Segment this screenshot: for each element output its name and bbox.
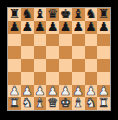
white-pawn-piece[interactable]: ♟ (47, 85, 58, 97)
square-d4[interactable] (46, 59, 59, 72)
square-a4[interactable] (8, 59, 21, 72)
square-b5[interactable] (21, 46, 34, 59)
black-pawn-piece[interactable]: ♟ (60, 21, 71, 33)
square-e6[interactable] (59, 34, 72, 47)
black-bishop-piece[interactable]: ♝ (34, 8, 45, 20)
white-pawn-piece[interactable]: ♟ (98, 85, 109, 97)
white-pawn-piece[interactable]: ♟ (34, 85, 45, 97)
square-c8[interactable]: ♝ (34, 8, 47, 21)
square-a8[interactable]: ♜ (8, 8, 21, 21)
white-pawn-piece[interactable]: ♟ (73, 85, 84, 97)
square-e5[interactable] (59, 46, 72, 59)
square-b3[interactable] (21, 72, 34, 85)
square-f8[interactable]: ♝ (72, 8, 85, 21)
black-pawn-piece[interactable]: ♟ (73, 21, 84, 33)
square-h5[interactable] (97, 46, 110, 59)
square-h4[interactable] (97, 59, 110, 72)
square-f7[interactable]: ♟ (72, 21, 85, 34)
square-h1[interactable]: ♜ (97, 97, 110, 110)
square-g6[interactable] (85, 34, 98, 47)
black-knight-piece[interactable]: ♞ (85, 8, 96, 20)
square-e1[interactable]: ♚ (59, 97, 72, 110)
square-f2[interactable]: ♟ (72, 85, 85, 98)
square-a7[interactable]: ♟ (8, 21, 21, 34)
black-rook-piece[interactable]: ♜ (9, 8, 20, 20)
white-pawn-piece[interactable]: ♟ (22, 85, 33, 97)
chess-board: ♜♞♝♛♚♝♞♜♟♟♟♟♟♟♟♟♟♟♟♟♟♟♟♟♜♞♝♛♚♝♞♜ (7, 7, 111, 111)
square-h3[interactable] (97, 72, 110, 85)
square-g7[interactable]: ♟ (85, 21, 98, 34)
black-knight-piece[interactable]: ♞ (22, 8, 33, 20)
square-h7[interactable]: ♟ (97, 21, 110, 34)
white-pawn-piece[interactable]: ♟ (9, 85, 20, 97)
square-f3[interactable] (72, 72, 85, 85)
black-bishop-piece[interactable]: ♝ (73, 8, 84, 20)
black-pawn-piece[interactable]: ♟ (34, 21, 45, 33)
white-knight-piece[interactable]: ♞ (22, 97, 33, 109)
square-f6[interactable] (72, 34, 85, 47)
square-f1[interactable]: ♝ (72, 97, 85, 110)
square-g5[interactable] (85, 46, 98, 59)
white-pawn-piece[interactable]: ♟ (85, 85, 96, 97)
square-c2[interactable]: ♟ (34, 85, 47, 98)
square-b2[interactable]: ♟ (21, 85, 34, 98)
square-b1[interactable]: ♞ (21, 97, 34, 110)
black-pawn-piece[interactable]: ♟ (47, 21, 58, 33)
square-a2[interactable]: ♟ (8, 85, 21, 98)
square-a5[interactable] (8, 46, 21, 59)
square-b7[interactable]: ♟ (21, 21, 34, 34)
white-king-piece[interactable]: ♚ (60, 97, 71, 109)
white-rook-piece[interactable]: ♜ (98, 97, 109, 109)
square-e2[interactable]: ♟ (59, 85, 72, 98)
square-e3[interactable] (59, 72, 72, 85)
white-rook-piece[interactable]: ♜ (9, 97, 20, 109)
square-d2[interactable]: ♟ (46, 85, 59, 98)
app-background: ♜♞♝♛♚♝♞♜♟♟♟♟♟♟♟♟♟♟♟♟♟♟♟♟♜♞♝♛♚♝♞♜ (0, 0, 118, 120)
square-c3[interactable] (34, 72, 47, 85)
square-d8[interactable]: ♛ (46, 8, 59, 21)
black-pawn-piece[interactable]: ♟ (98, 21, 109, 33)
square-c4[interactable] (34, 59, 47, 72)
white-pawn-piece[interactable]: ♟ (60, 85, 71, 97)
square-b6[interactable] (21, 34, 34, 47)
square-g1[interactable]: ♞ (85, 97, 98, 110)
square-e7[interactable]: ♟ (59, 21, 72, 34)
square-a3[interactable] (8, 72, 21, 85)
square-c7[interactable]: ♟ (34, 21, 47, 34)
square-g3[interactable] (85, 72, 98, 85)
square-h6[interactable] (97, 34, 110, 47)
square-a1[interactable]: ♜ (8, 97, 21, 110)
square-b4[interactable] (21, 59, 34, 72)
white-queen-piece[interactable]: ♛ (47, 97, 58, 109)
square-c5[interactable] (34, 46, 47, 59)
square-h8[interactable]: ♜ (97, 8, 110, 21)
square-d7[interactable]: ♟ (46, 21, 59, 34)
square-d3[interactable] (46, 72, 59, 85)
square-d1[interactable]: ♛ (46, 97, 59, 110)
black-king-piece[interactable]: ♚ (60, 8, 71, 20)
square-g8[interactable]: ♞ (85, 8, 98, 21)
square-c1[interactable]: ♝ (34, 97, 47, 110)
white-bishop-piece[interactable]: ♝ (34, 97, 45, 109)
square-e4[interactable] (59, 59, 72, 72)
square-f5[interactable] (72, 46, 85, 59)
square-e8[interactable]: ♚ (59, 8, 72, 21)
black-pawn-piece[interactable]: ♟ (9, 21, 20, 33)
square-a6[interactable] (8, 34, 21, 47)
square-b8[interactable]: ♞ (21, 8, 34, 21)
square-d5[interactable] (46, 46, 59, 59)
square-f4[interactable] (72, 59, 85, 72)
black-pawn-piece[interactable]: ♟ (22, 21, 33, 33)
square-g2[interactable]: ♟ (85, 85, 98, 98)
black-pawn-piece[interactable]: ♟ (85, 21, 96, 33)
square-g4[interactable] (85, 59, 98, 72)
white-knight-piece[interactable]: ♞ (85, 97, 96, 109)
black-queen-piece[interactable]: ♛ (47, 8, 58, 20)
white-bishop-piece[interactable]: ♝ (73, 97, 84, 109)
square-h2[interactable]: ♟ (97, 85, 110, 98)
square-c6[interactable] (34, 34, 47, 47)
black-rook-piece[interactable]: ♜ (98, 8, 109, 20)
square-d6[interactable] (46, 34, 59, 47)
